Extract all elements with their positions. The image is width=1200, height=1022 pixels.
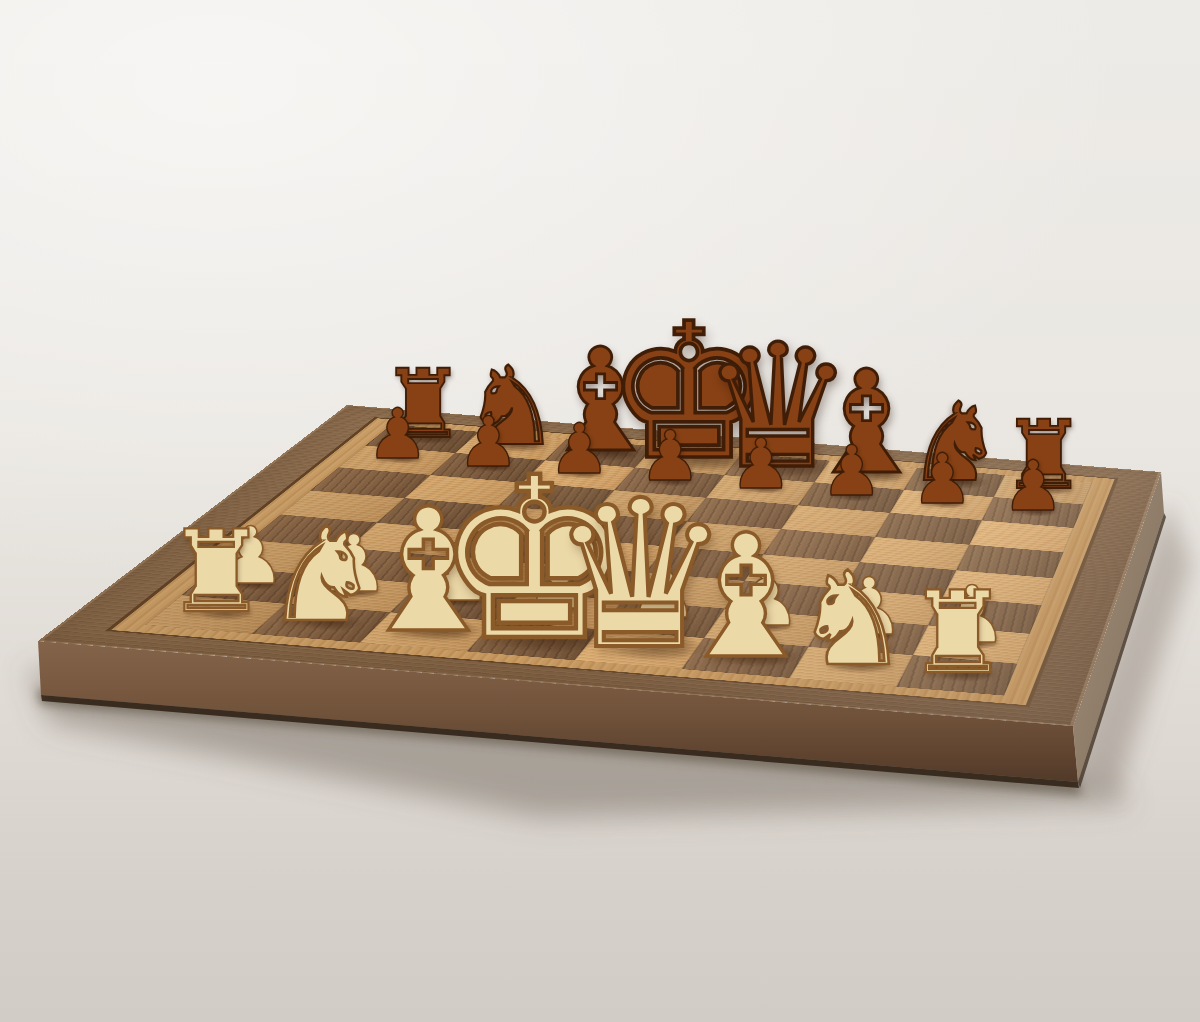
photo-scene: ♜♞♝♛♚♝♞♜♟♟♟♟♟♟♟♟♟♟♟♟♟♟♟♟♜♞♝♛♚♝♞♜ Wooden … — [0, 0, 1200, 1022]
